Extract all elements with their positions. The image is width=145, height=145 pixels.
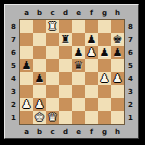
square-a1[interactable]	[20, 111, 33, 124]
square-e7[interactable]	[72, 33, 85, 46]
square-a6[interactable]	[20, 46, 33, 59]
square-g2[interactable]	[98, 98, 111, 111]
square-a2[interactable]: ♟	[20, 98, 33, 111]
square-c6[interactable]	[46, 46, 59, 59]
square-c2[interactable]	[46, 98, 59, 111]
square-e8[interactable]	[72, 20, 85, 33]
square-b5[interactable]	[33, 59, 46, 72]
rank-label-3: 3	[125, 85, 136, 98]
square-b3[interactable]	[33, 85, 46, 98]
square-h8[interactable]	[111, 20, 124, 33]
square-e3[interactable]	[72, 85, 85, 98]
rank-label-2: 2	[125, 98, 136, 111]
square-d3[interactable]	[59, 85, 72, 98]
square-h6[interactable]: ♟	[111, 46, 124, 59]
square-g5[interactable]	[98, 59, 111, 72]
square-g1[interactable]	[98, 111, 111, 124]
square-g4[interactable]: ♟	[98, 72, 111, 85]
file-label-c: c	[46, 7, 59, 18]
square-d5[interactable]	[59, 59, 72, 72]
white-pawn[interactable]: ♟	[111, 72, 124, 85]
white-queen[interactable]: ♛	[46, 111, 59, 124]
rank-label-2: 2	[8, 98, 19, 111]
square-g6[interactable]: ♟	[98, 46, 111, 59]
square-d7[interactable]: ♜	[59, 33, 72, 46]
square-b1[interactable]: ♚	[33, 111, 46, 124]
file-label-g: g	[98, 126, 111, 137]
file-label-g: g	[98, 7, 111, 18]
white-rook[interactable]: ♜	[46, 20, 59, 33]
square-f8[interactable]	[85, 20, 98, 33]
black-queen[interactable]: ♛	[72, 59, 85, 72]
square-f6[interactable]: ♟	[85, 46, 98, 59]
square-a3[interactable]	[20, 85, 33, 98]
square-a8[interactable]	[20, 20, 33, 33]
square-g8[interactable]	[98, 20, 111, 33]
square-b4[interactable]: ♟	[33, 72, 46, 85]
white-pawn[interactable]: ♟	[98, 72, 111, 85]
square-a4[interactable]	[20, 72, 33, 85]
square-f5[interactable]	[85, 59, 98, 72]
square-f3[interactable]	[85, 85, 98, 98]
black-pawn[interactable]: ♟	[33, 72, 46, 85]
black-pawn[interactable]: ♟	[111, 46, 124, 59]
rank-label-8: 8	[8, 20, 19, 33]
square-f4[interactable]	[85, 72, 98, 85]
rank-label-5: 5	[8, 59, 19, 72]
square-c5[interactable]	[46, 59, 59, 72]
black-pawn[interactable]: ♟	[20, 59, 33, 72]
square-b7[interactable]	[33, 33, 46, 46]
square-g7[interactable]	[98, 33, 111, 46]
black-pawn[interactable]: ♟	[72, 46, 85, 59]
square-c4[interactable]	[46, 72, 59, 85]
file-label-f: f	[85, 7, 98, 18]
file-labels-top: abcdefgh	[20, 7, 124, 18]
square-d1[interactable]	[59, 111, 72, 124]
black-king[interactable]: ♚	[111, 33, 124, 46]
white-king[interactable]: ♚	[33, 111, 46, 124]
square-h1[interactable]	[111, 111, 124, 124]
rank-label-6: 6	[8, 46, 19, 59]
white-pawn[interactable]: ♟	[85, 46, 98, 59]
square-h4[interactable]: ♟	[111, 72, 124, 85]
square-c3[interactable]	[46, 85, 59, 98]
file-label-b: b	[33, 7, 46, 18]
square-h7[interactable]: ♚	[111, 33, 124, 46]
rank-label-1: 1	[8, 111, 19, 124]
square-d2[interactable]	[59, 98, 72, 111]
square-h5[interactable]	[111, 59, 124, 72]
white-pawn[interactable]: ♟	[33, 98, 46, 111]
file-label-h: h	[111, 7, 124, 18]
file-label-a: a	[20, 126, 33, 137]
file-label-c: c	[46, 126, 59, 137]
rank-label-1: 1	[125, 111, 136, 124]
square-e4[interactable]	[72, 72, 85, 85]
file-label-e: e	[72, 126, 85, 137]
square-c7[interactable]	[46, 33, 59, 46]
square-e2[interactable]	[72, 98, 85, 111]
file-label-a: a	[20, 7, 33, 18]
square-f1[interactable]	[85, 111, 98, 124]
rank-label-6: 6	[125, 46, 136, 59]
square-e1[interactable]	[72, 111, 85, 124]
square-g3[interactable]	[98, 85, 111, 98]
file-labels-bottom: abcdefgh	[20, 126, 124, 137]
square-d4[interactable]	[59, 72, 72, 85]
rank-label-5: 5	[125, 59, 136, 72]
black-pawn[interactable]: ♟	[85, 33, 98, 46]
square-b8[interactable]	[33, 20, 46, 33]
black-pawn[interactable]: ♟	[98, 46, 111, 59]
square-d8[interactable]	[59, 20, 72, 33]
square-c8[interactable]: ♜	[46, 20, 59, 33]
rank-label-4: 4	[125, 72, 136, 85]
square-f2[interactable]	[85, 98, 98, 111]
rank-label-8: 8	[125, 20, 136, 33]
rank-label-3: 3	[8, 85, 19, 98]
rank-label-7: 7	[125, 33, 136, 46]
square-e5[interactable]: ♛	[72, 59, 85, 72]
square-b6[interactable]	[33, 46, 46, 59]
white-pawn[interactable]: ♟	[20, 98, 33, 111]
file-label-d: d	[59, 126, 72, 137]
square-a5[interactable]: ♟	[20, 59, 33, 72]
chess-board: ♜♜♟♚♟♟♟♟♟♛♟♟♟♟♟♚♛	[19, 19, 125, 125]
file-label-e: e	[72, 7, 85, 18]
rank-labels-right: 87654321	[125, 20, 136, 124]
square-h2[interactable]	[111, 98, 124, 111]
chessboard-window: abcdefgh abcdefgh 87654321 87654321 ♜♜♟♚…	[4, 4, 139, 139]
square-d6[interactable]	[59, 46, 72, 59]
square-c1[interactable]: ♛	[46, 111, 59, 124]
file-label-b: b	[33, 126, 46, 137]
file-label-f: f	[85, 126, 98, 137]
square-b2[interactable]: ♟	[33, 98, 46, 111]
file-label-h: h	[111, 126, 124, 137]
square-a7[interactable]	[20, 33, 33, 46]
square-e6[interactable]: ♟	[72, 46, 85, 59]
square-f7[interactable]: ♟	[85, 33, 98, 46]
square-h3[interactable]	[111, 85, 124, 98]
file-label-d: d	[59, 7, 72, 18]
rank-labels-left: 87654321	[8, 20, 19, 124]
rank-label-7: 7	[8, 33, 19, 46]
rank-label-4: 4	[8, 72, 19, 85]
black-rook[interactable]: ♜	[59, 33, 72, 46]
